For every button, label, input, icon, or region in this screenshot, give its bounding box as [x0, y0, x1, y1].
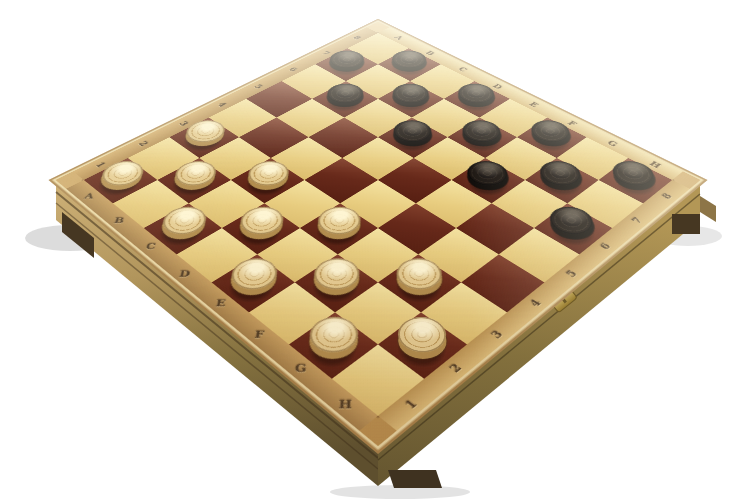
- box-foot-right: [672, 214, 700, 234]
- label-file-bottom-F: F: [227, 326, 292, 344]
- label-file-bottom-D: D: [154, 266, 216, 281]
- label-file-bottom-B: B: [90, 214, 149, 228]
- checkers-box-photo: ABCDEFGH ABCDEFGH 87654321 87654321: [0, 0, 750, 500]
- box-hinge-tab: [700, 196, 716, 222]
- box-foot-bottom: [388, 470, 442, 488]
- label-file-bottom-H: H: [311, 394, 379, 414]
